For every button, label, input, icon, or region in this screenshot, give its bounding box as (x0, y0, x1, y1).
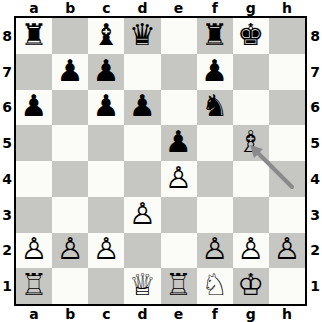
piece-black-bishop[interactable]: ♝ (93, 20, 120, 50)
file-label-bottom-f: f (197, 306, 233, 322)
square-b1[interactable] (52, 268, 88, 304)
square-a7[interactable] (16, 54, 52, 90)
square-e3[interactable] (161, 197, 197, 233)
square-b2[interactable]: ♙ (52, 233, 88, 269)
square-c1[interactable] (88, 268, 124, 304)
piece-white-pawn[interactable]: ♙ (21, 234, 48, 264)
square-c8[interactable]: ♝ (88, 18, 124, 54)
square-c4[interactable] (88, 161, 124, 197)
square-d6[interactable]: ♟ (124, 90, 160, 126)
piece-black-pawn[interactable]: ♟ (21, 91, 48, 121)
square-f8[interactable]: ♜ (197, 18, 233, 54)
square-c5[interactable] (88, 125, 124, 161)
square-g8[interactable]: ♚ (233, 18, 269, 54)
piece-white-pawn[interactable]: ♙ (129, 199, 156, 229)
file-label-top-b: b (52, 0, 88, 16)
square-c3[interactable] (88, 197, 124, 233)
square-d8[interactable]: ♛ (124, 18, 160, 54)
rank-label-right-5: 5 (308, 125, 322, 161)
square-e1[interactable]: ♖ (161, 268, 197, 304)
square-g3[interactable] (233, 197, 269, 233)
rank-label-left-4: 4 (0, 161, 14, 197)
chess-diagram: abcdefgh abcdefgh 87654321 87654321 ♜♝♛♜… (0, 0, 322, 322)
square-g1[interactable]: ♔ (233, 268, 269, 304)
file-label-bottom-c: c (88, 306, 124, 322)
square-d2[interactable] (124, 233, 160, 269)
rank-label-left-1: 1 (0, 268, 14, 304)
file-label-top-a: a (16, 0, 52, 16)
piece-white-knight[interactable]: ♘ (201, 270, 228, 300)
square-f4[interactable] (197, 161, 233, 197)
piece-black-pawn[interactable]: ♟ (201, 56, 228, 86)
file-label-top-f: f (197, 0, 233, 16)
square-e6[interactable] (161, 90, 197, 126)
square-g4[interactable] (233, 161, 269, 197)
square-c6[interactable]: ♟ (88, 90, 124, 126)
rank-label-right-7: 7 (308, 54, 322, 90)
rank-label-right-8: 8 (308, 18, 322, 54)
piece-black-queen[interactable]: ♛ (129, 20, 156, 50)
square-h5[interactable] (269, 125, 305, 161)
piece-black-pawn[interactable]: ♟ (165, 127, 192, 157)
file-label-top-e: e (161, 0, 197, 16)
square-b5[interactable] (52, 125, 88, 161)
square-d1[interactable]: ♕ (124, 268, 160, 304)
file-label-top-h: h (269, 0, 305, 16)
square-g6[interactable] (233, 90, 269, 126)
piece-white-rook[interactable]: ♖ (21, 270, 48, 300)
square-d7[interactable] (124, 54, 160, 90)
rank-labels-left: 87654321 (0, 18, 14, 304)
file-label-bottom-d: d (124, 306, 160, 322)
square-f7[interactable]: ♟ (197, 54, 233, 90)
piece-black-knight[interactable]: ♞ (201, 91, 228, 121)
square-b4[interactable] (52, 161, 88, 197)
square-e5[interactable]: ♟ (161, 125, 197, 161)
file-label-bottom-b: b (52, 306, 88, 322)
rank-label-left-8: 8 (0, 18, 14, 54)
square-b6[interactable] (52, 90, 88, 126)
rank-label-left-3: 3 (0, 197, 14, 233)
square-c7[interactable]: ♟ (88, 54, 124, 90)
square-e4[interactable]: ♙ (161, 161, 197, 197)
square-g7[interactable] (233, 54, 269, 90)
rank-label-left-6: 6 (0, 90, 14, 126)
rank-labels-right: 87654321 (308, 18, 322, 304)
square-d4[interactable] (124, 161, 160, 197)
square-b7[interactable]: ♟ (52, 54, 88, 90)
square-h4[interactable] (269, 161, 305, 197)
square-d3[interactable]: ♙ (124, 197, 160, 233)
square-f3[interactable] (197, 197, 233, 233)
file-labels-top: abcdefgh (16, 0, 305, 16)
square-a1[interactable]: ♖ (16, 268, 52, 304)
square-c2[interactable]: ♙ (88, 233, 124, 269)
file-label-top-d: d (124, 0, 160, 16)
rank-label-right-6: 6 (308, 90, 322, 126)
square-a5[interactable] (16, 125, 52, 161)
file-label-bottom-h: h (269, 306, 305, 322)
file-label-bottom-a: a (16, 306, 52, 322)
piece-white-pawn[interactable]: ♙ (93, 234, 120, 264)
square-e8[interactable] (161, 18, 197, 54)
square-g5[interactable]: ♗ (233, 125, 269, 161)
piece-black-king[interactable]: ♚ (237, 20, 264, 50)
square-h8[interactable] (269, 18, 305, 54)
square-b8[interactable] (52, 18, 88, 54)
file-label-bottom-g: g (233, 306, 269, 322)
piece-white-bishop[interactable]: ♗ (237, 127, 264, 157)
piece-white-rook[interactable]: ♖ (165, 270, 192, 300)
square-f1[interactable]: ♘ (197, 268, 233, 304)
square-a8[interactable]: ♜ (16, 18, 52, 54)
square-e2[interactable] (161, 233, 197, 269)
rank-label-left-2: 2 (0, 233, 14, 269)
piece-black-rook[interactable]: ♜ (201, 20, 228, 50)
file-label-bottom-e: e (161, 306, 197, 322)
square-g2[interactable]: ♙ (233, 233, 269, 269)
piece-white-king[interactable]: ♔ (237, 270, 264, 300)
square-h2[interactable]: ♙ (269, 233, 305, 269)
piece-white-pawn[interactable]: ♙ (57, 234, 84, 264)
square-f2[interactable]: ♙ (197, 233, 233, 269)
square-a2[interactable]: ♙ (16, 233, 52, 269)
square-a4[interactable] (16, 161, 52, 197)
rank-label-left-5: 5 (0, 125, 14, 161)
square-a6[interactable]: ♟ (16, 90, 52, 126)
file-label-top-c: c (88, 0, 124, 16)
file-label-top-g: g (233, 0, 269, 16)
square-b3[interactable] (52, 197, 88, 233)
rank-label-right-2: 2 (308, 233, 322, 269)
piece-black-pawn[interactable]: ♟ (57, 56, 84, 86)
piece-white-pawn[interactable]: ♙ (273, 234, 300, 264)
square-h7[interactable] (269, 54, 305, 90)
rank-label-right-1: 1 (308, 268, 322, 304)
piece-white-pawn[interactable]: ♙ (201, 234, 228, 264)
rank-label-right-4: 4 (308, 161, 322, 197)
piece-black-pawn[interactable]: ♟ (93, 56, 120, 86)
square-h6[interactable] (269, 90, 305, 126)
chess-board: ♜♝♛♜♚♟♟♟♟♟♟♞♟♗♙♙♙♙♙♙♙♙♖♕♖♘♔ (14, 16, 307, 306)
square-f5[interactable] (197, 125, 233, 161)
rank-label-left-7: 7 (0, 54, 14, 90)
piece-white-pawn[interactable]: ♙ (165, 163, 192, 193)
piece-white-queen[interactable]: ♕ (129, 270, 156, 300)
square-e7[interactable] (161, 54, 197, 90)
square-h1[interactable] (269, 268, 305, 304)
piece-white-pawn[interactable]: ♙ (237, 234, 264, 264)
rank-label-right-3: 3 (308, 197, 322, 233)
piece-black-pawn[interactable]: ♟ (129, 91, 156, 121)
piece-black-rook[interactable]: ♜ (21, 20, 48, 50)
piece-black-pawn[interactable]: ♟ (93, 91, 120, 121)
square-d5[interactable] (124, 125, 160, 161)
square-a3[interactable] (16, 197, 52, 233)
square-f6[interactable]: ♞ (197, 90, 233, 126)
file-labels-bottom: abcdefgh (16, 306, 305, 322)
square-h3[interactable] (269, 197, 305, 233)
